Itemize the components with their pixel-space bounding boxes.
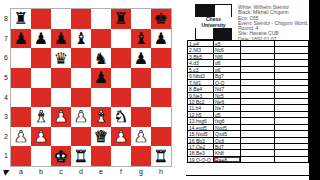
square-f1[interactable] bbox=[111, 146, 131, 166]
piece-white-pawn: ♟ bbox=[34, 127, 48, 146]
square-b8[interactable] bbox=[31, 9, 51, 29]
piece-black-rook: ♜ bbox=[114, 9, 128, 28]
square-h7[interactable]: ♟ bbox=[151, 29, 171, 49]
square-b6[interactable] bbox=[31, 48, 51, 68]
square-h2[interactable] bbox=[151, 127, 171, 147]
square-a5[interactable] bbox=[11, 68, 31, 88]
rank-label-6: 6 bbox=[2, 48, 10, 68]
game-header: White: Wilhelm SteinitzBlack: Mikhail Ch… bbox=[238, 5, 308, 42]
square-d5[interactable] bbox=[71, 68, 91, 88]
file-label-d: d bbox=[71, 167, 91, 177]
square-f7[interactable] bbox=[111, 29, 131, 49]
rank-label-8: 8 bbox=[2, 9, 10, 29]
piece-black-pawn: ♟ bbox=[54, 29, 68, 48]
piece-white-rook: ♜ bbox=[74, 147, 88, 166]
square-b1[interactable] bbox=[31, 146, 51, 166]
square-d4[interactable] bbox=[71, 88, 91, 108]
square-e1[interactable] bbox=[91, 146, 111, 166]
square-a4[interactable] bbox=[11, 88, 31, 108]
square-a8[interactable]: ♜ bbox=[11, 9, 31, 29]
piece-black-pawn: ♟ bbox=[94, 68, 108, 87]
square-d7[interactable]: ♝ bbox=[71, 29, 91, 49]
piece-black-bishop: ♝ bbox=[134, 29, 148, 48]
square-f2[interactable]: ♟ bbox=[111, 127, 131, 147]
piece-white-knight: ♞ bbox=[114, 107, 128, 126]
square-g1[interactable] bbox=[131, 146, 151, 166]
move-cell-empty bbox=[241, 157, 275, 163]
square-h4[interactable] bbox=[151, 88, 171, 108]
square-e3[interactable]: ♝ bbox=[91, 107, 111, 127]
square-e6[interactable]: ♞ bbox=[91, 48, 111, 68]
square-a1[interactable] bbox=[11, 146, 31, 166]
file-label-c: c bbox=[51, 167, 71, 177]
logo-wordmark: Chess University bbox=[195, 17, 232, 28]
file-label-b: b bbox=[31, 167, 51, 177]
square-c8[interactable] bbox=[51, 9, 71, 29]
square-c5[interactable] bbox=[51, 68, 71, 88]
piece-black-bishop: ♝ bbox=[74, 29, 88, 48]
piece-black-pawn: ♟ bbox=[134, 49, 148, 68]
piece-black-rook: ♜ bbox=[14, 9, 28, 28]
rank-label-4: 4 bbox=[2, 88, 10, 108]
square-b4[interactable] bbox=[31, 88, 51, 108]
move-row-19: 19.O-O-ORae8 bbox=[188, 157, 309, 163]
piece-white-pawn: ♟ bbox=[114, 127, 128, 146]
square-g6[interactable]: ♟ bbox=[131, 48, 151, 68]
square-h3[interactable] bbox=[151, 107, 171, 127]
file-label-f: f bbox=[111, 167, 131, 177]
square-c3[interactable]: ♟ bbox=[51, 107, 71, 127]
square-a3[interactable] bbox=[11, 107, 31, 127]
piece-white-pawn: ♟ bbox=[134, 127, 148, 146]
rank-labels: 87654321 bbox=[2, 9, 10, 166]
square-d6[interactable] bbox=[71, 48, 91, 68]
move-cell-19-black[interactable]: Rae8 bbox=[214, 157, 241, 163]
square-e4[interactable] bbox=[91, 88, 111, 108]
square-f5[interactable] bbox=[111, 68, 131, 88]
square-f8[interactable]: ♜ bbox=[111, 9, 131, 29]
rank-label-1: 1 bbox=[2, 146, 10, 166]
rank-label-5: 5 bbox=[2, 68, 10, 88]
square-h5[interactable] bbox=[151, 68, 171, 88]
piece-black-queen: ♛ bbox=[54, 49, 68, 68]
square-c6[interactable]: ♛ bbox=[51, 48, 71, 68]
piece-white-pawn: ♟ bbox=[14, 127, 28, 146]
game-info-panel: Chess University White: Wilhelm Steinitz… bbox=[186, 0, 309, 180]
square-h8[interactable]: ♚ bbox=[151, 9, 171, 29]
move-list-table: 1.e4e52.Nf3Nc63.Bb5Nf64.d3d65.c3g66.Nbd2… bbox=[187, 40, 309, 163]
square-c7[interactable]: ♟ bbox=[51, 29, 71, 49]
square-e2[interactable]: ♛ bbox=[91, 127, 111, 147]
piece-black-pawn: ♟ bbox=[34, 29, 48, 48]
piece-white-pawn: ♟ bbox=[74, 107, 88, 126]
square-d3[interactable]: ♟ bbox=[71, 107, 91, 127]
square-g7[interactable]: ♝ bbox=[131, 29, 151, 49]
rank-label-2: 2 bbox=[2, 127, 10, 147]
square-a2[interactable]: ♟ bbox=[11, 127, 31, 147]
move-cell-empty bbox=[275, 157, 309, 163]
square-h1[interactable]: ♜ bbox=[151, 146, 171, 166]
piece-white-queen: ♛ bbox=[94, 127, 108, 146]
square-h6[interactable] bbox=[151, 48, 171, 68]
file-label-a: a bbox=[11, 167, 31, 177]
square-c1[interactable]: ♚ bbox=[51, 146, 71, 166]
piece-white-bishop: ♝ bbox=[94, 107, 108, 126]
logo-word-2: University bbox=[195, 23, 232, 29]
square-g4[interactable] bbox=[131, 88, 151, 108]
file-labels: abcdefgh bbox=[11, 167, 171, 177]
square-g8[interactable] bbox=[131, 9, 151, 29]
square-g3[interactable] bbox=[131, 107, 151, 127]
piece-white-king: ♚ bbox=[54, 147, 68, 166]
square-g5[interactable] bbox=[131, 68, 151, 88]
piece-black-king: ♚ bbox=[154, 9, 168, 28]
square-a6[interactable] bbox=[11, 48, 31, 68]
square-e7[interactable] bbox=[91, 29, 111, 49]
file-label-e: e bbox=[91, 167, 111, 177]
square-f3[interactable]: ♞ bbox=[111, 107, 131, 127]
rank-label-7: 7 bbox=[2, 29, 10, 49]
piece-white-pawn: ♟ bbox=[54, 107, 68, 126]
rank-label-3: 3 bbox=[2, 107, 10, 127]
file-label-h: h bbox=[151, 167, 171, 177]
panel-divider bbox=[186, 175, 309, 176]
square-f4[interactable] bbox=[111, 88, 131, 108]
square-b3[interactable]: ♝ bbox=[31, 107, 51, 127]
cursor-icon bbox=[3, 168, 11, 176]
square-e8[interactable] bbox=[91, 9, 111, 29]
square-d1[interactable]: ♜ bbox=[71, 146, 91, 166]
square-f6[interactable] bbox=[111, 48, 131, 68]
square-c4[interactable] bbox=[51, 88, 71, 108]
file-label-g: g bbox=[131, 167, 151, 177]
square-a7[interactable]: ♟ bbox=[11, 29, 31, 49]
piece-black-knight: ♞ bbox=[94, 49, 108, 68]
square-e5[interactable]: ♟ bbox=[91, 68, 111, 88]
move-cell-19-white[interactable]: 19.O-O-O bbox=[188, 157, 214, 163]
right-black-strip bbox=[309, 0, 320, 180]
piece-black-pawn: ♟ bbox=[14, 29, 28, 48]
chess-board[interactable]: ♜♜♚♟♟♟♝♝♟♛♞♟♟♝♟♟♝♞♟♟♛♟♟♚♜♜ bbox=[11, 9, 171, 166]
square-b2[interactable]: ♟ bbox=[31, 127, 51, 147]
square-d8[interactable] bbox=[71, 9, 91, 29]
piece-white-bishop: ♝ bbox=[34, 107, 48, 126]
piece-white-rook: ♜ bbox=[154, 147, 168, 166]
square-g2[interactable]: ♟ bbox=[131, 127, 151, 147]
piece-black-pawn: ♟ bbox=[154, 29, 168, 48]
square-d2[interactable] bbox=[71, 127, 91, 147]
square-b7[interactable]: ♟ bbox=[31, 29, 51, 49]
square-b5[interactable] bbox=[31, 68, 51, 88]
square-c2[interactable] bbox=[51, 127, 71, 147]
